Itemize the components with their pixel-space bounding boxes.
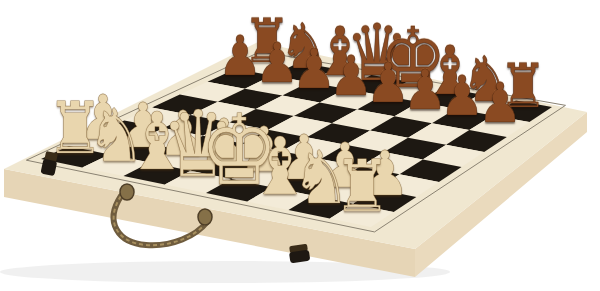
- chess-set-product-photo: ♜♞♝♛♚♝♞♜♟♟♟♟♟♟♟♟♟♟♟♟♟♟♟♟♜♞♝♛♚♝♞♜: [0, 0, 600, 291]
- piece-black-pawn-h7[interactable]: ♟: [477, 76, 522, 131]
- handle-plate-right: [198, 209, 212, 225]
- piece-white-rook-h1[interactable]: ♜: [333, 151, 391, 222]
- latch-right-icon: [288, 244, 310, 264]
